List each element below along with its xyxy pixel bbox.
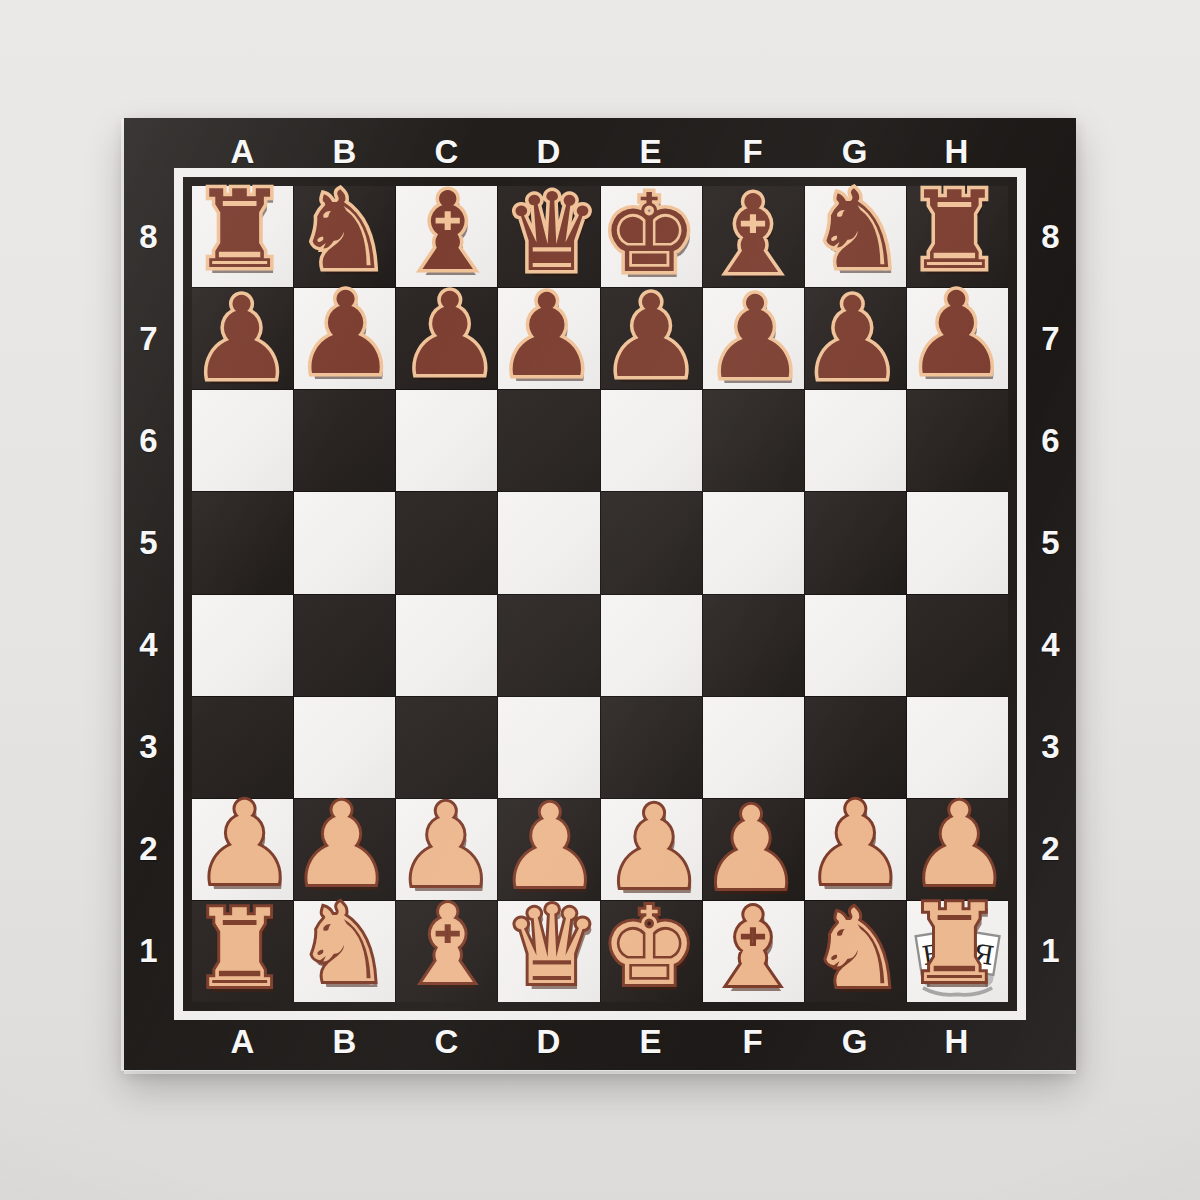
dark-pawn-a7[interactable]: ♟♟ (191, 290, 292, 391)
square-c1[interactable]: ♝♝ (396, 901, 497, 1002)
light-knight-b1[interactable]: ♞♞ (293, 898, 394, 999)
square-a7[interactable]: ♟♟ (192, 288, 293, 389)
square-b6[interactable] (294, 390, 395, 491)
file-label-f: F (702, 131, 804, 173)
dark-pawn-d7[interactable]: ♟♟ (496, 287, 597, 388)
piece-glyph: ♟ (399, 277, 501, 391)
light-king-e1[interactable]: ♚♚ (599, 901, 700, 1002)
light-rook-h1[interactable]: ♜♜ (904, 898, 1005, 999)
piece-glyph: ♞ (809, 175, 906, 283)
square-d6[interactable] (498, 390, 599, 491)
square-a4[interactable] (192, 595, 293, 696)
rank-label-8: 8 (124, 186, 174, 288)
piece-glyph: ♜ (191, 175, 288, 283)
square-a1[interactable]: ♜♜ (192, 901, 293, 1002)
square-e5[interactable] (601, 492, 702, 593)
square-d5[interactable] (498, 492, 599, 593)
file-label-e: E (600, 131, 702, 173)
square-c5[interactable] (396, 492, 497, 593)
file-label-g: G (804, 1021, 906, 1063)
square-a5[interactable] (192, 492, 293, 593)
square-h4[interactable] (907, 595, 1008, 696)
rank-label-3: 3 (124, 696, 174, 798)
square-c4[interactable] (396, 595, 497, 696)
square-a6[interactable] (192, 390, 293, 491)
light-bishop-c1[interactable]: ♝♝ (397, 899, 498, 1000)
photo-background: ABCDEFGH ABCDEFGH 87654321 87654321 ♜♜♞♞… (0, 0, 1200, 1200)
square-g2[interactable]: ♟♟ (805, 799, 906, 900)
dark-pawn-b7[interactable]: ♟♟ (295, 285, 396, 386)
square-g7[interactable]: ♟♟ (805, 288, 906, 389)
square-a2[interactable]: ♟♟ (192, 799, 293, 900)
square-h6[interactable] (907, 390, 1008, 491)
square-g6[interactable] (805, 390, 906, 491)
file-label-h: H (906, 1021, 1008, 1063)
piece-glyph: ♟ (190, 281, 292, 395)
rank-label-7: 7 (1026, 288, 1076, 390)
dark-pawn-c7[interactable]: ♟♟ (399, 286, 500, 387)
square-e4[interactable] (601, 595, 702, 696)
rank-label-4: 4 (124, 594, 174, 696)
rank-label-4: 4 (1026, 594, 1076, 696)
file-label-d: D (498, 1021, 600, 1063)
rank-labels-left: 87654321 (124, 186, 174, 1002)
square-g5[interactable] (805, 492, 906, 593)
light-knight-g1[interactable]: ♞♞ (807, 903, 908, 1004)
square-f7[interactable]: ♟♟ (703, 288, 804, 389)
square-h7[interactable]: ♟♟ (907, 288, 1008, 389)
piece-glyph: ♝ (705, 894, 802, 1002)
square-e7[interactable]: ♟♟ (601, 288, 702, 389)
piece-glyph: ♟ (905, 276, 1007, 390)
file-label-b: B (294, 1021, 396, 1063)
piece-glyph: ♟ (496, 278, 598, 392)
rank-label-2: 2 (1026, 798, 1076, 900)
board-grid: ♜♜♞♞♝♝♛♛♚♚♝♝♞♞♜♜♟♟♟♟♟♟♟♟♟♟♟♟♟♟♟♟♟♟♟♟♟♟♟♟… (192, 186, 1008, 1002)
light-bishop-f1[interactable]: ♝♝ (703, 902, 804, 1003)
square-e6[interactable] (601, 390, 702, 491)
rank-label-6: 6 (124, 390, 174, 492)
rank-label-6: 6 (1026, 390, 1076, 492)
rank-labels-right: 87654321 (1026, 186, 1076, 1002)
chessboard: ABCDEFGH ABCDEFGH 87654321 87654321 ♜♜♞♞… (124, 118, 1076, 1070)
square-g4[interactable] (805, 595, 906, 696)
light-pawn-a2[interactable]: ♟♟ (194, 796, 295, 897)
dark-rook-a8[interactable]: ♜♜ (189, 183, 290, 284)
piece-glyph: ♝ (399, 891, 496, 999)
file-labels-bottom: ABCDEFGH (192, 1021, 1008, 1063)
dark-pawn-g7[interactable]: ♟♟ (802, 290, 903, 391)
dark-pawn-f7[interactable]: ♟♟ (705, 289, 806, 390)
light-queen-d1[interactable]: ♛♛ (501, 900, 602, 1001)
square-f4[interactable] (703, 595, 804, 696)
dark-pawn-e7[interactable]: ♟♟ (601, 288, 702, 389)
square-b4[interactable] (294, 595, 395, 696)
file-label-c: C (396, 1021, 498, 1063)
light-pawn-g2[interactable]: ♟♟ (805, 796, 906, 897)
square-b5[interactable] (294, 492, 395, 593)
dark-knight-g8[interactable]: ♞♞ (807, 183, 908, 284)
piece-glyph: ♜ (906, 890, 1003, 998)
rank-label-8: 8 (1026, 186, 1076, 288)
rank-label-1: 1 (1026, 900, 1076, 1002)
piece-glyph: ♜ (191, 895, 288, 1003)
rank-label-1: 1 (124, 900, 174, 1002)
piece-glyph: ♞ (295, 890, 392, 998)
rank-label-3: 3 (1026, 696, 1076, 798)
file-label-f: F (702, 1021, 804, 1063)
file-label-c: C (396, 131, 498, 173)
file-label-a: A (192, 1021, 294, 1063)
square-h5[interactable] (907, 492, 1008, 593)
square-h1[interactable]: ВЯ♜♜ (907, 901, 1008, 1002)
square-b7[interactable]: ♟♟ (294, 288, 395, 389)
dark-pawn-h7[interactable]: ♟♟ (906, 285, 1007, 386)
piece-glyph: ♟ (801, 281, 903, 395)
file-label-d: D (498, 131, 600, 173)
piece-glyph: ♟ (704, 280, 806, 394)
piece-glyph: ♛ (504, 892, 601, 1000)
piece-glyph: ♚ (601, 893, 698, 1001)
piece-glyph: ♟ (295, 276, 397, 390)
rank-label-5: 5 (1026, 492, 1076, 594)
square-f6[interactable] (703, 390, 804, 491)
light-rook-a1[interactable]: ♜♜ (189, 903, 290, 1004)
piece-glyph: ♞ (809, 895, 906, 1003)
square-d4[interactable] (498, 595, 599, 696)
rank-label-2: 2 (124, 798, 174, 900)
square-g1[interactable]: ♞♞ (805, 901, 906, 1002)
file-label-e: E (600, 1021, 702, 1063)
piece-glyph: ♟ (600, 279, 702, 393)
square-f5[interactable] (703, 492, 804, 593)
piece-glyph: ♟ (193, 787, 295, 901)
square-c7[interactable]: ♟♟ (396, 288, 497, 389)
rank-label-7: 7 (124, 288, 174, 390)
square-d1[interactable]: ♛♛ (498, 901, 599, 1002)
rank-label-5: 5 (124, 492, 174, 594)
square-f1[interactable]: ♝♝ (703, 901, 804, 1002)
piece-glyph: ♟ (804, 787, 906, 901)
square-e1[interactable]: ♚♚ (601, 901, 702, 1002)
square-c6[interactable] (396, 390, 497, 491)
square-d7[interactable]: ♟♟ (498, 288, 599, 389)
square-b1[interactable]: ♞♞ (294, 901, 395, 1002)
